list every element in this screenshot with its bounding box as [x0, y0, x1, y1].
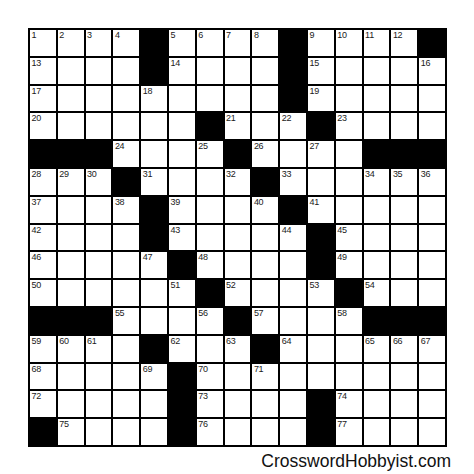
grid-cell[interactable]: 65 [364, 336, 390, 362]
black-cell [58, 141, 84, 167]
grid-cell[interactable] [280, 141, 306, 167]
grid-cell[interactable] [225, 58, 251, 84]
grid-cell[interactable]: 6 [197, 30, 223, 56]
grid-cell[interactable] [113, 391, 139, 417]
clue-number: 51 [170, 280, 179, 290]
black-cell [86, 141, 112, 167]
clue-number: 39 [170, 197, 179, 207]
grid-cell[interactable] [364, 252, 390, 278]
grid-cell[interactable] [280, 391, 306, 417]
black-cell [141, 336, 167, 362]
grid-cell[interactable] [86, 391, 112, 417]
clue-number: 10 [337, 30, 346, 40]
clue-number: 44 [282, 225, 291, 235]
clue-number: 20 [32, 113, 41, 123]
black-cell [30, 141, 56, 167]
clue-number: 7 [226, 30, 231, 40]
grid-cell[interactable] [252, 280, 278, 306]
clue-number: 33 [282, 169, 291, 179]
clue-number: 30 [87, 169, 96, 179]
grid-cell[interactable]: 18 [141, 86, 167, 112]
grid-cell[interactable] [419, 252, 445, 278]
grid-cell[interactable] [391, 252, 417, 278]
grid-cell[interactable] [113, 86, 139, 112]
grid-cell[interactable]: 37 [30, 197, 56, 223]
clue-number: 72 [32, 391, 41, 401]
clue-number: 25 [198, 141, 207, 151]
black-cell [308, 252, 334, 278]
grid-cell[interactable] [58, 58, 84, 84]
grid-cell[interactable] [391, 113, 417, 139]
black-cell [225, 141, 251, 167]
grid-cell[interactable] [364, 364, 390, 390]
grid-cell[interactable] [86, 86, 112, 112]
clue-number: 5 [170, 30, 175, 40]
clue-number: 31 [143, 169, 152, 179]
grid-cell[interactable] [336, 86, 362, 112]
clue-number: 53 [309, 280, 318, 290]
grid-cell[interactable]: 30 [86, 169, 112, 195]
clue-number: 22 [282, 113, 291, 123]
clue-number: 29 [59, 169, 68, 179]
grid-cell[interactable] [252, 225, 278, 251]
grid-cell[interactable] [86, 280, 112, 306]
grid-cell[interactable] [336, 197, 362, 223]
grid-cell[interactable]: 40 [252, 197, 278, 223]
grid-cell[interactable]: 48 [197, 252, 223, 278]
grid-cell[interactable] [419, 225, 445, 251]
grid-cell[interactable] [391, 58, 417, 84]
grid-cell[interactable] [58, 86, 84, 112]
grid-cell[interactable]: 17 [30, 86, 56, 112]
grid-cell[interactable] [141, 308, 167, 334]
grid-cell[interactable]: 22 [280, 113, 306, 139]
clue-number: 2 [59, 30, 64, 40]
clue-number: 23 [337, 113, 346, 123]
grid-cell[interactable] [58, 113, 84, 139]
grid-cell[interactable] [169, 141, 195, 167]
grid-cell[interactable]: 26 [252, 141, 278, 167]
clue-number: 45 [337, 225, 346, 235]
black-cell [197, 280, 223, 306]
black-cell [308, 225, 334, 251]
grid-cell[interactable]: 8 [252, 30, 278, 56]
clue-number: 69 [143, 364, 152, 374]
grid-cell[interactable] [197, 197, 223, 223]
clue-number: 17 [32, 86, 41, 96]
grid-cell[interactable]: 2 [58, 30, 84, 56]
grid-cell[interactable]: 73 [197, 391, 223, 417]
black-cell [419, 308, 445, 334]
black-cell [169, 364, 195, 390]
grid-cell[interactable] [197, 86, 223, 112]
grid-cell[interactable]: 24 [113, 141, 139, 167]
grid-cell[interactable] [86, 225, 112, 251]
grid-cell[interactable]: 74 [336, 391, 362, 417]
grid-cell[interactable]: 68 [30, 364, 56, 390]
clue-number: 28 [32, 169, 41, 179]
grid-cell[interactable]: 77 [336, 419, 362, 445]
grid-cell[interactable]: 7 [225, 30, 251, 56]
grid-cell[interactable] [364, 58, 390, 84]
grid-cell[interactable]: 61 [86, 336, 112, 362]
grid-cell[interactable]: 66 [391, 336, 417, 362]
grid-cell[interactable]: 64 [280, 336, 306, 362]
grid-cell[interactable] [58, 280, 84, 306]
grid-cell[interactable] [141, 113, 167, 139]
grid-cell[interactable] [336, 141, 362, 167]
grid-cell[interactable]: 36 [419, 169, 445, 195]
clue-number: 58 [337, 308, 346, 318]
clue-number: 27 [309, 141, 318, 151]
clue-number: 41 [309, 197, 318, 207]
black-cell [419, 141, 445, 167]
grid-cell[interactable] [391, 280, 417, 306]
grid-cell[interactable] [252, 58, 278, 84]
grid-cell[interactable]: 14 [169, 58, 195, 84]
black-cell [30, 419, 56, 445]
grid-cell[interactable] [419, 364, 445, 390]
black-cell [364, 308, 390, 334]
grid-cell[interactable]: 15 [308, 58, 334, 84]
grid-cell[interactable] [169, 86, 195, 112]
grid-cell[interactable] [58, 197, 84, 223]
black-cell [197, 113, 223, 139]
grid-cell[interactable]: 69 [141, 364, 167, 390]
grid-cell[interactable] [113, 280, 139, 306]
grid-cell[interactable] [364, 197, 390, 223]
grid-cell[interactable]: 53 [308, 280, 334, 306]
grid-cell[interactable]: 27 [308, 141, 334, 167]
clue-number: 16 [421, 58, 430, 68]
grid-cell[interactable] [86, 58, 112, 84]
grid-cell[interactable]: 4 [113, 30, 139, 56]
watermark: CrosswordHobbyist.com [261, 450, 451, 472]
grid-cell[interactable] [197, 225, 223, 251]
grid-cell[interactable]: 70 [197, 364, 223, 390]
grid-cell[interactable]: 49 [336, 252, 362, 278]
grid-cell[interactable] [419, 280, 445, 306]
grid-cell[interactable]: 59 [30, 336, 56, 362]
clue-number: 40 [254, 197, 263, 207]
grid-cell[interactable] [391, 86, 417, 112]
grid-cell[interactable] [419, 86, 445, 112]
grid-cell[interactable] [169, 113, 195, 139]
clue-number: 9 [309, 30, 314, 40]
clue-number: 60 [59, 336, 68, 346]
black-cell [169, 391, 195, 417]
clue-number: 14 [170, 58, 179, 68]
grid-cell[interactable]: 75 [58, 419, 84, 445]
grid-cell[interactable] [280, 364, 306, 390]
clue-number: 35 [393, 169, 402, 179]
clue-number: 8 [254, 30, 259, 40]
grid-cell[interactable]: 38 [113, 197, 139, 223]
grid-cell[interactable] [169, 169, 195, 195]
grid-cell[interactable]: 10 [336, 30, 362, 56]
clue-number: 42 [32, 225, 41, 235]
grid-cell[interactable] [86, 252, 112, 278]
clue-number: 21 [226, 113, 235, 123]
grid-cell[interactable] [336, 336, 362, 362]
grid-cell[interactable]: 13 [30, 58, 56, 84]
grid-cell[interactable]: 52 [225, 280, 251, 306]
grid-cell[interactable] [58, 391, 84, 417]
clue-number: 74 [337, 391, 346, 401]
grid-cell[interactable] [364, 391, 390, 417]
clue-number: 26 [254, 141, 263, 151]
clue-number: 57 [254, 308, 263, 318]
grid-cell[interactable]: 60 [58, 336, 84, 362]
grid-cell[interactable]: 16 [419, 58, 445, 84]
clue-number: 70 [198, 364, 207, 374]
black-cell [280, 30, 306, 56]
grid-cell[interactable] [58, 364, 84, 390]
grid-cell[interactable] [225, 86, 251, 112]
clue-number: 55 [115, 308, 124, 318]
clue-number: 65 [365, 336, 374, 346]
grid-cell[interactable] [364, 86, 390, 112]
black-cell [169, 419, 195, 445]
clue-number: 34 [365, 169, 374, 179]
grid-cell[interactable] [141, 280, 167, 306]
grid-cell[interactable] [113, 419, 139, 445]
black-cell [364, 141, 390, 167]
grid-cell[interactable] [141, 419, 167, 445]
grid-cell[interactable]: 39 [169, 197, 195, 223]
clue-number: 18 [143, 86, 152, 96]
grid-cell[interactable] [280, 419, 306, 445]
grid-cell[interactable] [252, 113, 278, 139]
grid-cell[interactable] [308, 169, 334, 195]
grid-cell[interactable] [197, 169, 223, 195]
black-cell [141, 225, 167, 251]
grid-cell[interactable] [225, 197, 251, 223]
grid-cell[interactable]: 57 [252, 308, 278, 334]
grid-cell[interactable] [197, 58, 223, 84]
grid-cell[interactable] [252, 252, 278, 278]
black-cell [30, 308, 56, 334]
grid-cell[interactable]: 33 [280, 169, 306, 195]
clue-number: 3 [87, 30, 92, 40]
grid-cell[interactable] [364, 113, 390, 139]
grid-cell[interactable]: 42 [30, 225, 56, 251]
grid-cell[interactable]: 63 [225, 336, 251, 362]
black-cell [280, 86, 306, 112]
black-cell [419, 30, 445, 56]
clue-number: 67 [421, 336, 430, 346]
grid-cell[interactable] [336, 169, 362, 195]
grid-cell[interactable] [391, 391, 417, 417]
crossword-grid: 1234567891011121314151617181920212223242… [28, 28, 447, 447]
grid-cell[interactable] [336, 58, 362, 84]
grid-cell[interactable] [252, 419, 278, 445]
grid-cell[interactable] [86, 364, 112, 390]
grid-cell[interactable]: 11 [364, 30, 390, 56]
grid-cell[interactable]: 21 [225, 113, 251, 139]
clue-number: 47 [143, 252, 152, 262]
clue-number: 77 [337, 419, 346, 429]
clue-number: 59 [32, 336, 41, 346]
grid-cell[interactable]: 58 [336, 308, 362, 334]
grid-cell[interactable] [391, 419, 417, 445]
clue-number: 73 [198, 391, 207, 401]
grid-cell[interactable]: 56 [197, 308, 223, 334]
grid-cell[interactable]: 47 [141, 252, 167, 278]
black-cell [58, 308, 84, 334]
clue-number: 1 [32, 30, 37, 40]
grid-cell[interactable] [252, 391, 278, 417]
grid-cell[interactable]: 45 [336, 225, 362, 251]
clue-number: 56 [198, 308, 207, 318]
grid-cell[interactable] [58, 252, 84, 278]
grid-cell[interactable]: 44 [280, 225, 306, 251]
grid-cell[interactable] [197, 336, 223, 362]
grid-cell[interactable] [113, 252, 139, 278]
clue-number: 75 [59, 419, 68, 429]
clue-number: 13 [32, 58, 41, 68]
grid-cell[interactable] [419, 113, 445, 139]
grid-cell[interactable]: 5 [169, 30, 195, 56]
clue-number: 50 [32, 280, 41, 290]
grid-cell[interactable]: 71 [252, 364, 278, 390]
grid-cell[interactable] [169, 308, 195, 334]
grid-cell[interactable] [141, 141, 167, 167]
clue-number: 54 [365, 280, 374, 290]
grid-cell[interactable]: 46 [30, 252, 56, 278]
grid-cell[interactable] [225, 391, 251, 417]
grid-cell[interactable] [280, 308, 306, 334]
clue-number: 71 [254, 364, 263, 374]
black-cell [391, 141, 417, 167]
grid-cell[interactable]: 72 [30, 391, 56, 417]
clue-number: 12 [393, 30, 402, 40]
grid-cell[interactable] [225, 252, 251, 278]
black-cell [169, 252, 195, 278]
clue-number: 52 [226, 280, 235, 290]
grid-cell[interactable] [280, 252, 306, 278]
grid-cell[interactable] [86, 113, 112, 139]
black-cell [280, 58, 306, 84]
black-cell [252, 336, 278, 362]
grid-cell[interactable] [225, 419, 251, 445]
grid-cell[interactable]: 19 [308, 86, 334, 112]
grid-cell[interactable] [391, 197, 417, 223]
grid-cell[interactable]: 32 [225, 169, 251, 195]
clue-number: 61 [87, 336, 96, 346]
grid-cell[interactable] [113, 113, 139, 139]
black-cell [141, 197, 167, 223]
clue-number: 11 [365, 30, 374, 40]
grid-cell[interactable]: 20 [30, 113, 56, 139]
grid-cell[interactable]: 51 [169, 280, 195, 306]
clue-number: 46 [32, 252, 41, 262]
grid-cell[interactable] [113, 364, 139, 390]
clue-number: 6 [198, 30, 203, 40]
grid-cell[interactable] [113, 336, 139, 362]
grid-cell[interactable] [364, 225, 390, 251]
grid-cell[interactable]: 67 [419, 336, 445, 362]
grid-cell[interactable] [391, 225, 417, 251]
grid-cell[interactable] [113, 225, 139, 251]
grid-cell[interactable]: 54 [364, 280, 390, 306]
clue-number: 4 [115, 30, 120, 40]
grid-cell[interactable]: 35 [391, 169, 417, 195]
grid-cell[interactable]: 9 [308, 30, 334, 56]
grid-cell[interactable]: 50 [30, 280, 56, 306]
grid-cell[interactable]: 28 [30, 169, 56, 195]
black-cell [308, 113, 334, 139]
clue-number: 32 [226, 169, 235, 179]
grid-cell[interactable] [308, 336, 334, 362]
clue-number: 49 [337, 252, 346, 262]
crossword-page: 1234567891011121314151617181920212223242… [0, 0, 474, 474]
grid-cell[interactable] [252, 86, 278, 112]
grid-cell[interactable]: 3 [86, 30, 112, 56]
grid-cell[interactable]: 31 [141, 169, 167, 195]
grid-cell[interactable] [141, 391, 167, 417]
grid-cell[interactable]: 76 [197, 419, 223, 445]
clue-number: 68 [32, 364, 41, 374]
clue-number: 19 [309, 86, 318, 96]
clue-number: 48 [198, 252, 207, 262]
clue-number: 43 [170, 225, 179, 235]
grid-cell[interactable] [419, 419, 445, 445]
grid-cell[interactable]: 34 [364, 169, 390, 195]
grid-cell[interactable]: 1 [30, 30, 56, 56]
grid-cell[interactable] [86, 419, 112, 445]
grid-cell[interactable] [308, 308, 334, 334]
black-cell [141, 58, 167, 84]
black-cell [336, 280, 362, 306]
clue-number: 63 [226, 336, 235, 346]
grid-cell[interactable]: 25 [197, 141, 223, 167]
grid-cell[interactable] [419, 197, 445, 223]
grid-cell[interactable] [225, 364, 251, 390]
grid-cell[interactable]: 23 [336, 113, 362, 139]
grid-cell[interactable] [86, 197, 112, 223]
clue-number: 66 [393, 336, 402, 346]
grid-cell[interactable]: 62 [169, 336, 195, 362]
grid-cell[interactable]: 41 [308, 197, 334, 223]
black-cell [252, 169, 278, 195]
grid-cell[interactable] [364, 419, 390, 445]
clue-number: 15 [309, 58, 318, 68]
grid-cell[interactable] [58, 225, 84, 251]
grid-cell[interactable] [419, 391, 445, 417]
clue-number: 62 [170, 336, 179, 346]
clue-number: 24 [115, 141, 124, 151]
grid-cell[interactable] [113, 58, 139, 84]
grid-cell[interactable] [225, 225, 251, 251]
black-cell [391, 308, 417, 334]
grid-cell[interactable]: 43 [169, 225, 195, 251]
black-cell [308, 419, 334, 445]
grid-cell[interactable]: 12 [391, 30, 417, 56]
black-cell [86, 308, 112, 334]
clue-number: 36 [421, 169, 430, 179]
clue-number: 37 [32, 197, 41, 207]
grid-cell[interactable] [391, 364, 417, 390]
grid-cell[interactable]: 29 [58, 169, 84, 195]
grid-cell[interactable] [308, 364, 334, 390]
grid-cell[interactable] [280, 280, 306, 306]
grid-cell[interactable]: 55 [113, 308, 139, 334]
grid-cell[interactable] [336, 364, 362, 390]
black-cell [113, 169, 139, 195]
clue-number: 38 [115, 197, 124, 207]
clue-number: 76 [198, 419, 207, 429]
